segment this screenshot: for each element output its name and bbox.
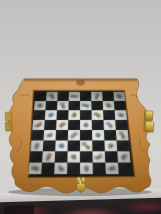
square-h2[interactable] xyxy=(117,151,130,162)
square-f7[interactable] xyxy=(91,101,103,110)
tile-art xyxy=(55,163,67,173)
square-h7[interactable] xyxy=(114,101,126,110)
square-g6[interactable] xyxy=(103,110,115,120)
square-f2[interactable] xyxy=(92,151,105,162)
top-hinge-knob xyxy=(76,80,85,86)
square-d2[interactable] xyxy=(67,151,80,162)
square-h5[interactable] xyxy=(115,120,128,130)
tile-art xyxy=(57,121,68,130)
square-a1[interactable] xyxy=(28,163,42,175)
square-b6[interactable] xyxy=(45,110,57,120)
tile-art xyxy=(92,111,103,120)
square-a2[interactable] xyxy=(29,151,42,162)
tile-art xyxy=(81,121,92,130)
square-b8[interactable] xyxy=(46,92,58,101)
square-a3[interactable] xyxy=(30,140,43,151)
tile-art xyxy=(69,131,80,140)
chess-board-grid xyxy=(28,92,131,174)
square-b1[interactable] xyxy=(41,163,54,175)
square-a7[interactable] xyxy=(34,101,46,110)
square-b2[interactable] xyxy=(42,151,55,162)
tile-art xyxy=(35,101,46,109)
square-c4[interactable] xyxy=(56,130,68,140)
square-d3[interactable] xyxy=(68,140,80,151)
tile-art xyxy=(93,152,104,162)
square-h8[interactable] xyxy=(113,92,125,101)
tile-art xyxy=(106,163,118,173)
tile-art xyxy=(92,92,102,100)
square-a8[interactable] xyxy=(35,92,47,101)
square-f6[interactable] xyxy=(92,110,104,120)
square-d4[interactable] xyxy=(68,130,80,140)
square-f5[interactable] xyxy=(92,120,104,130)
square-b3[interactable] xyxy=(43,140,56,151)
square-c2[interactable] xyxy=(55,151,68,162)
square-g4[interactable] xyxy=(104,130,117,140)
square-e1[interactable] xyxy=(80,163,93,175)
tile-art xyxy=(69,111,79,120)
square-d1[interactable] xyxy=(67,163,80,175)
square-f1[interactable] xyxy=(93,163,106,175)
square-d6[interactable] xyxy=(68,110,80,120)
square-e4[interactable] xyxy=(80,130,92,140)
square-g2[interactable] xyxy=(105,151,118,162)
photo-scene xyxy=(0,0,161,214)
square-c8[interactable] xyxy=(57,92,69,101)
tile-art xyxy=(104,121,115,130)
tile-art xyxy=(58,101,68,109)
square-g3[interactable] xyxy=(104,140,117,151)
tile-art xyxy=(44,131,55,140)
tile-art xyxy=(93,131,104,140)
tile-art xyxy=(103,101,114,109)
tile-art xyxy=(69,92,79,100)
square-c6[interactable] xyxy=(57,110,69,120)
tile-art xyxy=(47,92,57,100)
tile-art xyxy=(56,141,67,151)
square-g5[interactable] xyxy=(103,120,115,130)
tile-art xyxy=(105,141,116,151)
square-c1[interactable] xyxy=(54,163,67,175)
square-e7[interactable] xyxy=(80,101,92,110)
square-f8[interactable] xyxy=(91,92,103,101)
square-e2[interactable] xyxy=(80,151,93,162)
tile-art xyxy=(81,101,91,109)
square-h1[interactable] xyxy=(118,163,132,175)
square-d8[interactable] xyxy=(69,92,80,101)
square-g1[interactable] xyxy=(105,163,118,175)
square-b5[interactable] xyxy=(44,120,56,130)
square-h6[interactable] xyxy=(115,110,127,120)
square-e3[interactable] xyxy=(80,140,92,151)
tile-art xyxy=(43,152,55,162)
tile-art xyxy=(118,152,130,162)
square-a5[interactable] xyxy=(32,120,45,130)
tile-art xyxy=(31,141,43,151)
square-h3[interactable] xyxy=(117,140,130,151)
tile-art xyxy=(29,163,41,173)
tile-art xyxy=(33,121,44,130)
square-a4[interactable] xyxy=(31,130,44,140)
right-hinge xyxy=(143,110,154,133)
tile-art xyxy=(115,111,126,120)
square-f3[interactable] xyxy=(92,140,105,151)
tile-art xyxy=(46,111,57,120)
square-e8[interactable] xyxy=(80,92,91,101)
square-f4[interactable] xyxy=(92,130,104,140)
tile-art xyxy=(114,92,125,100)
square-g8[interactable] xyxy=(102,92,114,101)
square-c7[interactable] xyxy=(57,101,69,110)
square-b7[interactable] xyxy=(45,101,57,110)
square-h4[interactable] xyxy=(116,130,129,140)
tile-art xyxy=(81,141,92,151)
square-c5[interactable] xyxy=(56,120,68,130)
square-d7[interactable] xyxy=(68,101,80,110)
square-g7[interactable] xyxy=(103,101,115,110)
square-a6[interactable] xyxy=(33,110,45,120)
front-clasp xyxy=(77,177,86,192)
tile-art xyxy=(68,152,79,162)
square-e5[interactable] xyxy=(80,120,92,130)
tile-art xyxy=(117,131,128,140)
square-b4[interactable] xyxy=(43,130,56,140)
square-c3[interactable] xyxy=(55,140,68,151)
tile-art xyxy=(81,163,92,173)
square-d5[interactable] xyxy=(68,120,80,130)
square-e6[interactable] xyxy=(80,110,92,120)
